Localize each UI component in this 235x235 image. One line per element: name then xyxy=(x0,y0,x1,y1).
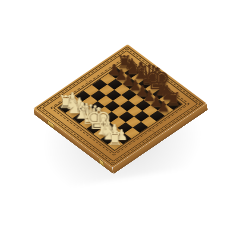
piece-white-rook[interactable]: ♜ xyxy=(107,132,118,146)
product-photo: ♜♞♝♛♚♝♞♜♟♟♟♟♟♟♟♟♟♟♟♟♟♟♟♟♜♞♝♛♚♝♞♜ xyxy=(0,0,235,235)
square-h1[interactable]: ♜ xyxy=(108,139,123,150)
piece-black-pawn[interactable]: ♟ xyxy=(157,100,168,112)
